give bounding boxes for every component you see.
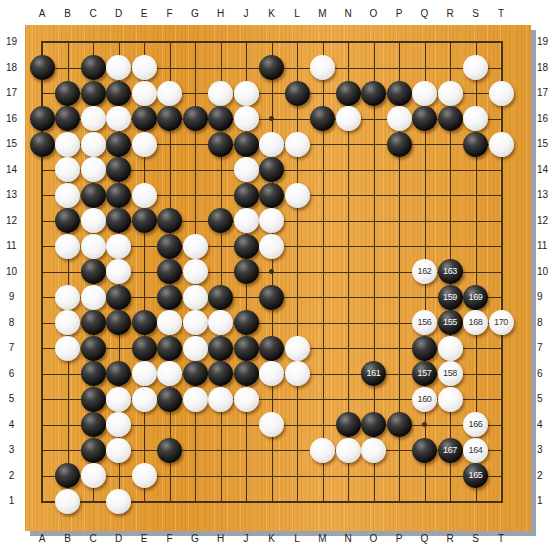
stone-white-D16[interactable] bbox=[106, 106, 131, 131]
move-number-label: 170 bbox=[494, 318, 508, 327]
row-label-left-13: 13 bbox=[0, 187, 23, 203]
stone-white-J5[interactable] bbox=[234, 387, 259, 412]
stone-white-J12[interactable] bbox=[234, 208, 259, 233]
stone-black-Q16[interactable] bbox=[412, 106, 437, 131]
row-label-left-9: 9 bbox=[0, 289, 23, 305]
stone-black-B2[interactable] bbox=[55, 463, 80, 488]
move-number-label: 159 bbox=[443, 293, 457, 302]
stone-black-E8[interactable] bbox=[132, 310, 157, 335]
stone-black-A16[interactable] bbox=[30, 106, 55, 131]
move-number-label: 168 bbox=[469, 318, 483, 327]
stone-white-S8[interactable]: 168 bbox=[463, 310, 488, 335]
col-label-bottom-J: J bbox=[234, 531, 258, 547]
row-label-right-13: 13 bbox=[537, 187, 550, 203]
stone-white-C16[interactable] bbox=[81, 106, 106, 131]
stone-black-R16[interactable] bbox=[438, 106, 463, 131]
move-number-label: 157 bbox=[418, 369, 432, 378]
row-label-right-1: 1 bbox=[537, 493, 550, 509]
stone-black-H15[interactable] bbox=[208, 132, 233, 157]
stone-black-J7[interactable] bbox=[234, 336, 259, 361]
stone-black-A15[interactable] bbox=[30, 132, 55, 157]
stone-white-D18[interactable] bbox=[106, 55, 131, 80]
stone-white-S3[interactable]: 164 bbox=[463, 438, 488, 463]
stone-black-E16[interactable] bbox=[132, 106, 157, 131]
row-label-left-14: 14 bbox=[0, 162, 23, 178]
stone-black-C8[interactable] bbox=[81, 310, 106, 335]
stone-black-F16[interactable] bbox=[157, 106, 182, 131]
stone-black-E12[interactable] bbox=[132, 208, 157, 233]
stone-black-A18[interactable] bbox=[30, 55, 55, 80]
stone-white-F6[interactable] bbox=[157, 361, 182, 386]
stone-white-S4[interactable]: 166 bbox=[463, 412, 488, 437]
col-label-bottom-H: H bbox=[209, 531, 233, 547]
col-label-bottom-D: D bbox=[107, 531, 131, 547]
col-label-bottom-F: F bbox=[158, 531, 182, 547]
stone-white-B11[interactable] bbox=[55, 234, 80, 259]
stone-black-C7[interactable] bbox=[81, 336, 106, 361]
stone-white-G7[interactable] bbox=[183, 336, 208, 361]
stone-black-F7[interactable] bbox=[157, 336, 182, 361]
stone-black-J6[interactable] bbox=[234, 361, 259, 386]
stone-black-M16[interactable] bbox=[310, 106, 335, 131]
row-label-right-3: 3 bbox=[537, 442, 550, 458]
stone-black-K18[interactable] bbox=[259, 55, 284, 80]
row-label-left-17: 17 bbox=[0, 85, 23, 101]
stone-white-J16[interactable] bbox=[234, 106, 259, 131]
row-label-right-4: 4 bbox=[537, 417, 550, 433]
row-label-right-8: 8 bbox=[537, 315, 550, 331]
stone-black-G16[interactable] bbox=[183, 106, 208, 131]
stone-black-S9[interactable]: 169 bbox=[463, 285, 488, 310]
move-number-label: 166 bbox=[469, 420, 483, 429]
stone-black-N4[interactable] bbox=[336, 412, 361, 437]
row-label-right-5: 5 bbox=[537, 391, 550, 407]
row-label-left-8: 8 bbox=[0, 315, 23, 331]
col-label-bottom-R: R bbox=[438, 531, 462, 547]
col-label-top-N: N bbox=[336, 6, 360, 22]
row-label-left-3: 3 bbox=[0, 442, 23, 458]
stone-white-G9[interactable] bbox=[183, 285, 208, 310]
stone-black-D15[interactable] bbox=[106, 132, 131, 157]
stone-black-S2[interactable]: 165 bbox=[463, 463, 488, 488]
stone-white-E5[interactable] bbox=[132, 387, 157, 412]
stone-black-J11[interactable] bbox=[234, 234, 259, 259]
stone-black-J15[interactable] bbox=[234, 132, 259, 157]
stone-white-B9[interactable] bbox=[55, 285, 80, 310]
stone-white-D3[interactable] bbox=[106, 438, 131, 463]
stone-white-C9[interactable] bbox=[81, 285, 106, 310]
stone-black-B12[interactable] bbox=[55, 208, 80, 233]
stone-black-F12[interactable] bbox=[157, 208, 182, 233]
row-label-right-12: 12 bbox=[537, 213, 550, 229]
stone-black-E7[interactable] bbox=[132, 336, 157, 361]
stone-black-L17[interactable] bbox=[285, 81, 310, 106]
col-label-bottom-A: A bbox=[30, 531, 54, 547]
stone-white-B14[interactable] bbox=[55, 157, 80, 182]
move-number-label: 167 bbox=[443, 446, 457, 455]
stone-white-L7[interactable] bbox=[285, 336, 310, 361]
col-label-top-R: R bbox=[438, 6, 462, 22]
row-label-left-10: 10 bbox=[0, 264, 23, 280]
stone-black-C10[interactable] bbox=[81, 259, 106, 284]
stone-black-Q6[interactable]: 157 bbox=[412, 361, 437, 386]
row-label-right-17: 17 bbox=[537, 85, 550, 101]
move-number-label: 161 bbox=[367, 369, 381, 378]
row-label-left-19: 19 bbox=[0, 34, 23, 50]
stone-black-K9[interactable] bbox=[259, 285, 284, 310]
stone-white-E18[interactable] bbox=[132, 55, 157, 80]
stone-white-M3[interactable] bbox=[310, 438, 335, 463]
stone-black-R9[interactable]: 159 bbox=[438, 285, 463, 310]
stone-black-R8[interactable]: 155 bbox=[438, 310, 463, 335]
col-label-bottom-B: B bbox=[56, 531, 80, 547]
stone-white-B7[interactable] bbox=[55, 336, 80, 361]
move-number-label: 163 bbox=[443, 267, 457, 276]
stone-white-K12[interactable] bbox=[259, 208, 284, 233]
stone-black-C4[interactable] bbox=[81, 412, 106, 437]
stone-white-L13[interactable] bbox=[285, 183, 310, 208]
stone-black-J13[interactable] bbox=[234, 183, 259, 208]
stone-white-J17[interactable] bbox=[234, 81, 259, 106]
stone-black-D13[interactable] bbox=[106, 183, 131, 208]
stone-white-E17[interactable] bbox=[132, 81, 157, 106]
move-number-label: 164 bbox=[469, 446, 483, 455]
col-label-top-E: E bbox=[132, 6, 156, 22]
col-label-top-L: L bbox=[285, 6, 309, 22]
stone-white-E6[interactable] bbox=[132, 361, 157, 386]
col-label-bottom-G: G bbox=[183, 531, 207, 547]
stone-white-Q8[interactable]: 156 bbox=[412, 310, 437, 335]
col-label-top-G: G bbox=[183, 6, 207, 22]
stone-white-C15[interactable] bbox=[81, 132, 106, 157]
col-label-top-T: T bbox=[489, 6, 513, 22]
stone-black-D17[interactable] bbox=[106, 81, 131, 106]
col-label-bottom-C: C bbox=[81, 531, 105, 547]
stone-black-C3[interactable] bbox=[81, 438, 106, 463]
stone-white-P16[interactable] bbox=[387, 106, 412, 131]
stone-white-H17[interactable] bbox=[208, 81, 233, 106]
col-label-top-H: H bbox=[209, 6, 233, 22]
go-game-screen: AABBCCDDEEFFGGHHJJKKLLMMNNOOPPQQRRSSTT19… bbox=[0, 0, 550, 550]
stone-white-B13[interactable] bbox=[55, 183, 80, 208]
stone-white-L6[interactable] bbox=[285, 361, 310, 386]
move-number-label: 158 bbox=[443, 369, 457, 378]
star-point bbox=[422, 422, 427, 427]
col-label-bottom-M: M bbox=[311, 531, 335, 547]
move-number-label: 155 bbox=[443, 318, 457, 327]
stone-white-G5[interactable] bbox=[183, 387, 208, 412]
stone-black-F3[interactable] bbox=[157, 438, 182, 463]
stone-black-P15[interactable] bbox=[387, 132, 412, 157]
stone-black-P4[interactable] bbox=[387, 412, 412, 437]
col-label-bottom-P: P bbox=[387, 531, 411, 547]
stone-black-D8[interactable] bbox=[106, 310, 131, 335]
stone-black-H9[interactable] bbox=[208, 285, 233, 310]
stone-white-E2[interactable] bbox=[132, 463, 157, 488]
move-number-label: 169 bbox=[469, 293, 483, 302]
stone-white-D5[interactable] bbox=[106, 387, 131, 412]
col-label-bottom-K: K bbox=[260, 531, 284, 547]
stone-white-N3[interactable] bbox=[336, 438, 361, 463]
stone-white-S16[interactable] bbox=[463, 106, 488, 131]
stone-white-T17[interactable] bbox=[489, 81, 514, 106]
stone-white-C12[interactable] bbox=[81, 208, 106, 233]
move-number-label: 165 bbox=[469, 471, 483, 480]
stone-white-B8[interactable] bbox=[55, 310, 80, 335]
col-label-top-J: J bbox=[234, 6, 258, 22]
stone-white-L15[interactable] bbox=[285, 132, 310, 157]
stone-black-D14[interactable] bbox=[106, 157, 131, 182]
col-label-bottom-S: S bbox=[464, 531, 488, 547]
stone-white-M18[interactable] bbox=[310, 55, 335, 80]
stone-white-G8[interactable] bbox=[183, 310, 208, 335]
stone-black-P17[interactable] bbox=[387, 81, 412, 106]
board-layer: AABBCCDDEEFFGGHHJJKKLLMMNNOOPPQQRRSSTT19… bbox=[0, 0, 550, 550]
row-label-left-15: 15 bbox=[0, 136, 23, 152]
move-number-label: 160 bbox=[418, 395, 432, 404]
stone-black-G6[interactable] bbox=[183, 361, 208, 386]
stone-white-F8[interactable] bbox=[157, 310, 182, 335]
stone-black-F5[interactable] bbox=[157, 387, 182, 412]
stone-black-H12[interactable] bbox=[208, 208, 233, 233]
stone-white-Q5[interactable]: 160 bbox=[412, 387, 437, 412]
stone-white-G10[interactable] bbox=[183, 259, 208, 284]
stone-black-H16[interactable] bbox=[208, 106, 233, 131]
stone-black-C13[interactable] bbox=[81, 183, 106, 208]
stone-black-H7[interactable] bbox=[208, 336, 233, 361]
stone-white-T8[interactable]: 170 bbox=[489, 310, 514, 335]
stone-black-R3[interactable]: 167 bbox=[438, 438, 463, 463]
row-label-left-1: 1 bbox=[0, 493, 23, 509]
col-label-bottom-N: N bbox=[336, 531, 360, 547]
stone-white-Q10[interactable]: 162 bbox=[412, 259, 437, 284]
stone-white-H8[interactable] bbox=[208, 310, 233, 335]
stone-white-Q17[interactable] bbox=[412, 81, 437, 106]
stone-white-R6[interactable]: 158 bbox=[438, 361, 463, 386]
stone-black-O6[interactable]: 161 bbox=[361, 361, 386, 386]
row-label-left-16: 16 bbox=[0, 111, 23, 127]
stone-white-R5[interactable] bbox=[438, 387, 463, 412]
stone-white-O3[interactable] bbox=[361, 438, 386, 463]
stone-black-J10[interactable] bbox=[234, 259, 259, 284]
row-label-right-10: 10 bbox=[537, 264, 550, 280]
row-label-left-5: 5 bbox=[0, 391, 23, 407]
row-label-right-14: 14 bbox=[537, 162, 550, 178]
col-label-top-B: B bbox=[56, 6, 80, 22]
stone-black-R10[interactable]: 163 bbox=[438, 259, 463, 284]
star-point bbox=[269, 116, 274, 121]
stone-white-R17[interactable] bbox=[438, 81, 463, 106]
col-label-top-O: O bbox=[362, 6, 386, 22]
col-label-top-S: S bbox=[464, 6, 488, 22]
row-label-left-2: 2 bbox=[0, 468, 23, 484]
row-label-left-18: 18 bbox=[0, 60, 23, 76]
stone-black-C5[interactable] bbox=[81, 387, 106, 412]
stone-black-O17[interactable] bbox=[361, 81, 386, 106]
stone-white-R7[interactable] bbox=[438, 336, 463, 361]
stone-white-C11[interactable] bbox=[81, 234, 106, 259]
row-label-right-15: 15 bbox=[537, 136, 550, 152]
stone-black-D12[interactable] bbox=[106, 208, 131, 233]
move-number-label: 162 bbox=[418, 267, 432, 276]
stone-black-F9[interactable] bbox=[157, 285, 182, 310]
row-label-left-6: 6 bbox=[0, 366, 23, 382]
row-label-left-7: 7 bbox=[0, 340, 23, 356]
stone-black-Q7[interactable] bbox=[412, 336, 437, 361]
row-label-right-2: 2 bbox=[537, 468, 550, 484]
row-label-right-6: 6 bbox=[537, 366, 550, 382]
stone-white-N16[interactable] bbox=[336, 106, 361, 131]
stone-white-F17[interactable] bbox=[157, 81, 182, 106]
row-label-left-4: 4 bbox=[0, 417, 23, 433]
col-label-bottom-E: E bbox=[132, 531, 156, 547]
stone-white-D1[interactable] bbox=[106, 489, 131, 514]
stone-black-D9[interactable] bbox=[106, 285, 131, 310]
col-label-bottom-L: L bbox=[285, 531, 309, 547]
stone-white-D10[interactable] bbox=[106, 259, 131, 284]
stone-white-D11[interactable] bbox=[106, 234, 131, 259]
stone-white-K4[interactable] bbox=[259, 412, 284, 437]
row-label-right-11: 11 bbox=[537, 238, 550, 254]
stone-black-K7[interactable] bbox=[259, 336, 284, 361]
stone-white-J14[interactable] bbox=[234, 157, 259, 182]
move-number-label: 156 bbox=[418, 318, 432, 327]
stone-white-S18[interactable] bbox=[463, 55, 488, 80]
stone-black-F10[interactable] bbox=[157, 259, 182, 284]
col-label-top-F: F bbox=[158, 6, 182, 22]
row-label-left-12: 12 bbox=[0, 213, 23, 229]
stone-black-N17[interactable] bbox=[336, 81, 361, 106]
stone-black-B17[interactable] bbox=[55, 81, 80, 106]
row-label-right-7: 7 bbox=[537, 340, 550, 356]
col-label-top-C: C bbox=[81, 6, 105, 22]
col-label-bottom-Q: Q bbox=[413, 531, 437, 547]
stone-black-H6[interactable] bbox=[208, 361, 233, 386]
stone-black-D6[interactable] bbox=[106, 361, 131, 386]
stone-black-O4[interactable] bbox=[361, 412, 386, 437]
row-label-right-9: 9 bbox=[537, 289, 550, 305]
stone-black-S15[interactable] bbox=[463, 132, 488, 157]
stone-black-F11[interactable] bbox=[157, 234, 182, 259]
stone-white-E15[interactable] bbox=[132, 132, 157, 157]
stone-black-C6[interactable] bbox=[81, 361, 106, 386]
stone-white-K15[interactable] bbox=[259, 132, 284, 157]
col-label-bottom-T: T bbox=[489, 531, 513, 547]
row-label-right-19: 19 bbox=[537, 34, 550, 50]
star-point bbox=[269, 269, 274, 274]
stone-black-B16[interactable] bbox=[55, 106, 80, 131]
col-label-bottom-O: O bbox=[362, 531, 386, 547]
col-label-top-Q: Q bbox=[413, 6, 437, 22]
stone-white-D4[interactable] bbox=[106, 412, 131, 437]
stone-white-B1[interactable] bbox=[55, 489, 80, 514]
stone-white-C14[interactable] bbox=[81, 157, 106, 182]
stone-white-K6[interactable] bbox=[259, 361, 284, 386]
stone-white-B15[interactable] bbox=[55, 132, 80, 157]
col-label-top-D: D bbox=[107, 6, 131, 22]
stone-black-C18[interactable] bbox=[81, 55, 106, 80]
col-label-top-K: K bbox=[260, 6, 284, 22]
stone-white-E13[interactable] bbox=[132, 183, 157, 208]
stone-black-C17[interactable] bbox=[81, 81, 106, 106]
col-label-top-A: A bbox=[30, 6, 54, 22]
stone-black-Q3[interactable] bbox=[412, 438, 437, 463]
stone-black-J8[interactable] bbox=[234, 310, 259, 335]
stone-black-K13[interactable] bbox=[259, 183, 284, 208]
stone-black-K14[interactable] bbox=[259, 157, 284, 182]
stone-white-C2[interactable] bbox=[81, 463, 106, 488]
stone-white-T15[interactable] bbox=[489, 132, 514, 157]
col-label-top-P: P bbox=[387, 6, 411, 22]
stone-white-H5[interactable] bbox=[208, 387, 233, 412]
row-label-right-16: 16 bbox=[537, 111, 550, 127]
stone-white-G11[interactable] bbox=[183, 234, 208, 259]
col-label-top-M: M bbox=[311, 6, 335, 22]
row-label-right-18: 18 bbox=[537, 60, 550, 76]
stone-white-K11[interactable] bbox=[259, 234, 284, 259]
row-label-left-11: 11 bbox=[0, 238, 23, 254]
